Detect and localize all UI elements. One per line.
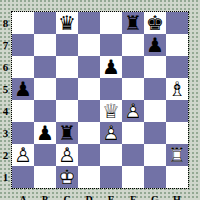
square-a1[interactable] bbox=[12, 166, 34, 188]
square-h3[interactable] bbox=[166, 122, 188, 144]
square-d1[interactable] bbox=[78, 166, 100, 188]
square-g2[interactable] bbox=[144, 144, 166, 166]
square-h8[interactable] bbox=[166, 12, 188, 34]
file-label-g: G bbox=[144, 194, 166, 200]
rank-label-1: 1 bbox=[0, 166, 11, 188]
square-d7[interactable] bbox=[78, 34, 100, 56]
rank-label-5: 5 bbox=[0, 78, 11, 100]
square-h6[interactable] bbox=[166, 56, 188, 78]
square-c4[interactable] bbox=[56, 100, 78, 122]
square-c8[interactable]: ♛ bbox=[56, 12, 78, 34]
rank-label-8: 8 bbox=[0, 12, 11, 34]
piece-white-king: ♔ bbox=[56, 166, 78, 188]
square-f2[interactable] bbox=[122, 144, 144, 166]
file-label-b: B bbox=[34, 194, 56, 200]
square-f8[interactable]: ♜ bbox=[122, 12, 144, 34]
square-b4[interactable] bbox=[34, 100, 56, 122]
square-e3[interactable]: ♟♙ bbox=[100, 122, 122, 144]
square-g4[interactable] bbox=[144, 100, 166, 122]
chess-board-diagram: 87654321 ♛♜♚♟♟♟♝♗♛♕♟♙♟♜♟♙♟♙♟♙♜♖♚♔ ABCDEF… bbox=[0, 0, 200, 200]
square-a6[interactable] bbox=[12, 56, 34, 78]
square-g8[interactable]: ♚ bbox=[144, 12, 166, 34]
square-f3[interactable] bbox=[122, 122, 144, 144]
square-e2[interactable] bbox=[100, 144, 122, 166]
square-b3[interactable]: ♟ bbox=[34, 122, 56, 144]
square-c1[interactable]: ♚♔ bbox=[56, 166, 78, 188]
chess-board: ♛♜♚♟♟♟♝♗♛♕♟♙♟♜♟♙♟♙♟♙♜♖♚♔ bbox=[11, 11, 189, 189]
square-e6[interactable]: ♟ bbox=[100, 56, 122, 78]
square-d8[interactable] bbox=[78, 12, 100, 34]
square-f6[interactable] bbox=[122, 56, 144, 78]
file-label-c: C bbox=[56, 194, 78, 200]
square-h7[interactable] bbox=[166, 34, 188, 56]
square-f4[interactable]: ♟♙ bbox=[122, 100, 144, 122]
square-c6[interactable] bbox=[56, 56, 78, 78]
piece-black-pawn: ♟ bbox=[146, 34, 164, 56]
square-a5[interactable]: ♟ bbox=[12, 78, 34, 100]
square-e8[interactable] bbox=[100, 12, 122, 34]
square-e5[interactable] bbox=[100, 78, 122, 100]
square-h4[interactable] bbox=[166, 100, 188, 122]
square-b5[interactable] bbox=[34, 78, 56, 100]
square-e4[interactable]: ♛♕ bbox=[100, 100, 122, 122]
square-c7[interactable] bbox=[56, 34, 78, 56]
square-d2[interactable] bbox=[78, 144, 100, 166]
square-c2[interactable]: ♟♙ bbox=[56, 144, 78, 166]
rank-label-4: 4 bbox=[0, 100, 11, 122]
square-b8[interactable] bbox=[34, 12, 56, 34]
square-e1[interactable] bbox=[100, 166, 122, 188]
rank-label-2: 2 bbox=[0, 144, 11, 166]
square-h5[interactable]: ♝♗ bbox=[166, 78, 188, 100]
rank-labels: 87654321 bbox=[0, 12, 11, 188]
square-d5[interactable] bbox=[78, 78, 100, 100]
piece-black-pawn: ♟ bbox=[102, 56, 120, 78]
piece-black-pawn: ♟ bbox=[14, 78, 32, 100]
square-d4[interactable] bbox=[78, 100, 100, 122]
square-a7[interactable] bbox=[12, 34, 34, 56]
square-b2[interactable] bbox=[34, 144, 56, 166]
square-h1[interactable] bbox=[166, 166, 188, 188]
file-label-a: A bbox=[12, 194, 34, 200]
piece-white-pawn: ♙ bbox=[56, 144, 78, 166]
piece-black-rook: ♜ bbox=[58, 122, 76, 144]
square-c5[interactable] bbox=[56, 78, 78, 100]
square-a4[interactable] bbox=[12, 100, 34, 122]
piece-black-king: ♚ bbox=[146, 12, 164, 34]
piece-white-queen: ♕ bbox=[100, 100, 122, 122]
square-a8[interactable] bbox=[12, 12, 34, 34]
file-label-e: E bbox=[100, 194, 122, 200]
square-b6[interactable] bbox=[34, 56, 56, 78]
square-f7[interactable] bbox=[122, 34, 144, 56]
square-a3[interactable] bbox=[12, 122, 34, 144]
square-g3[interactable] bbox=[144, 122, 166, 144]
square-f5[interactable] bbox=[122, 78, 144, 100]
piece-white-bishop: ♗ bbox=[166, 78, 188, 100]
file-label-d: D bbox=[78, 194, 100, 200]
square-a2[interactable]: ♟♙ bbox=[12, 144, 34, 166]
piece-white-pawn: ♙ bbox=[12, 144, 34, 166]
piece-black-queen: ♛ bbox=[58, 12, 76, 34]
rank-label-7: 7 bbox=[0, 34, 11, 56]
file-label-h: H bbox=[166, 194, 188, 200]
square-e7[interactable] bbox=[100, 34, 122, 56]
rank-label-3: 3 bbox=[0, 122, 11, 144]
square-g7[interactable]: ♟ bbox=[144, 34, 166, 56]
piece-white-pawn: ♙ bbox=[122, 100, 144, 122]
square-g6[interactable] bbox=[144, 56, 166, 78]
square-b7[interactable] bbox=[34, 34, 56, 56]
square-g1[interactable] bbox=[144, 166, 166, 188]
square-d6[interactable] bbox=[78, 56, 100, 78]
file-label-f: F bbox=[122, 194, 144, 200]
rank-label-6: 6 bbox=[0, 56, 11, 78]
square-b1[interactable] bbox=[34, 166, 56, 188]
square-f1[interactable] bbox=[122, 166, 144, 188]
square-g5[interactable] bbox=[144, 78, 166, 100]
square-d3[interactable] bbox=[78, 122, 100, 144]
piece-white-pawn: ♙ bbox=[100, 122, 122, 144]
piece-black-rook: ♜ bbox=[124, 12, 142, 34]
square-c3[interactable]: ♜ bbox=[56, 122, 78, 144]
file-labels: ABCDEFGH bbox=[12, 188, 188, 199]
piece-black-pawn: ♟ bbox=[36, 122, 54, 144]
square-h2[interactable]: ♜♖ bbox=[166, 144, 188, 166]
piece-white-rook: ♖ bbox=[166, 144, 188, 166]
